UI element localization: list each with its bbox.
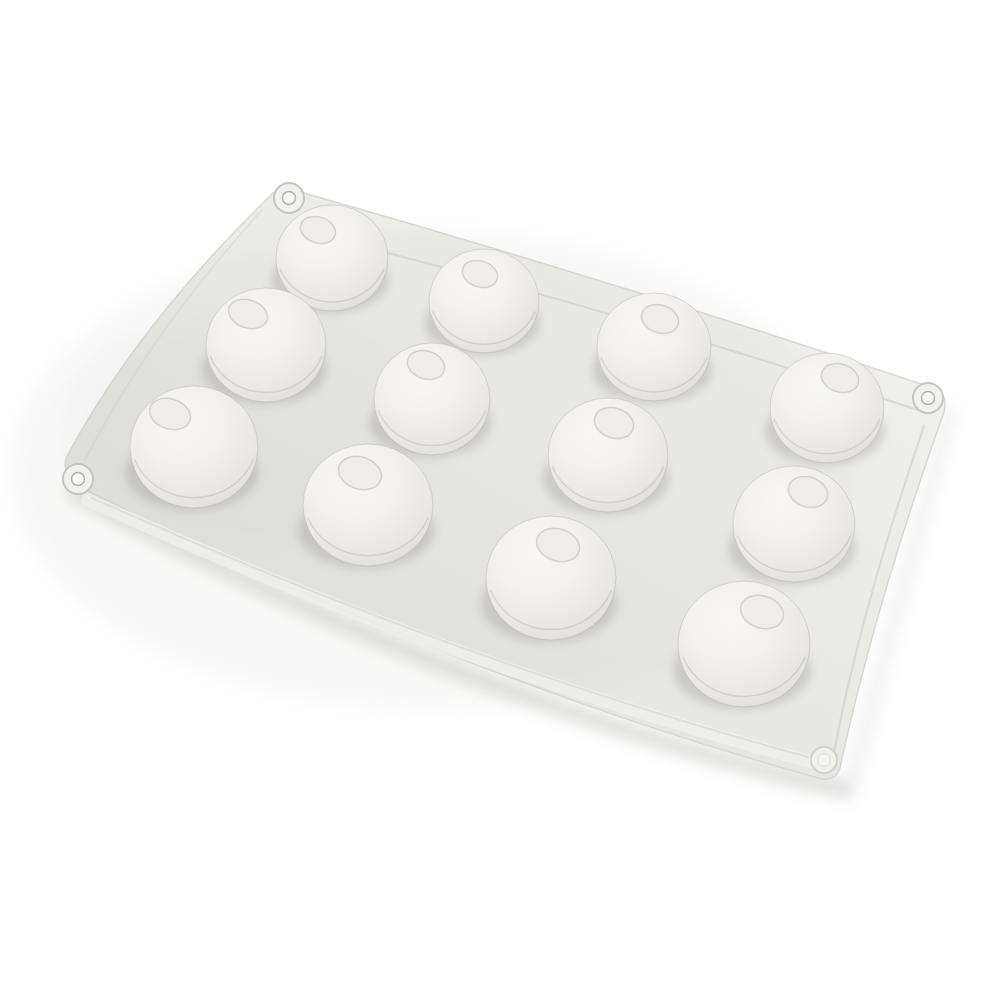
silicone-mold-photo [0,0,999,1000]
hanging-hole [922,392,935,405]
dome [130,386,258,508]
corner-bump-inner [818,754,831,767]
product-photo [0,0,999,1000]
hanging-hole [72,473,85,486]
dome [206,288,326,402]
hanging-hole [283,192,296,205]
